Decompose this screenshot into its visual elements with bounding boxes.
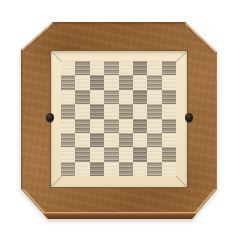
square-b8[interactable] xyxy=(75,61,89,75)
mitre-joint-bottom-left xyxy=(51,176,62,187)
square-a4[interactable] xyxy=(61,119,75,133)
square-g2[interactable] xyxy=(147,147,161,161)
square-f6[interactable] xyxy=(133,90,147,104)
right-latch-knob xyxy=(185,113,193,122)
square-b7[interactable] xyxy=(75,75,89,89)
square-e3[interactable] xyxy=(119,133,133,147)
square-a6[interactable] xyxy=(61,90,75,104)
square-h6[interactable] xyxy=(162,90,176,104)
table-edge xyxy=(21,212,217,219)
square-f7[interactable] xyxy=(133,75,147,89)
square-e8[interactable] xyxy=(119,61,133,75)
photo-background xyxy=(0,0,240,240)
square-c8[interactable] xyxy=(90,61,104,75)
square-b3[interactable] xyxy=(75,133,89,147)
square-c7[interactable] xyxy=(90,75,104,89)
square-h7[interactable] xyxy=(162,75,176,89)
square-g8[interactable] xyxy=(147,61,161,75)
board-panel xyxy=(50,50,188,188)
square-f4[interactable] xyxy=(133,119,147,133)
square-h2[interactable] xyxy=(162,147,176,161)
square-e6[interactable] xyxy=(119,90,133,104)
square-h5[interactable] xyxy=(162,104,176,118)
square-g6[interactable] xyxy=(147,90,161,104)
square-f1[interactable] xyxy=(133,162,147,176)
square-a5[interactable] xyxy=(61,104,75,118)
left-latch-knob xyxy=(46,113,54,122)
bevel-highlight-top-left xyxy=(21,22,53,50)
chessboard xyxy=(61,61,176,176)
square-a3[interactable] xyxy=(61,133,75,147)
square-f3[interactable] xyxy=(133,133,147,147)
bevel-highlight-top-right xyxy=(185,22,217,52)
mitre-joint-top-right xyxy=(176,51,187,62)
square-e1[interactable] xyxy=(119,162,133,176)
square-d8[interactable] xyxy=(104,61,118,75)
square-d5[interactable] xyxy=(104,104,118,118)
square-e7[interactable] xyxy=(119,75,133,89)
square-a8[interactable] xyxy=(61,61,75,75)
square-d4[interactable] xyxy=(104,119,118,133)
square-b6[interactable] xyxy=(75,90,89,104)
square-e2[interactable] xyxy=(119,147,133,161)
square-g5[interactable] xyxy=(147,104,161,118)
square-h1[interactable] xyxy=(162,162,176,176)
square-b1[interactable] xyxy=(75,162,89,176)
square-a7[interactable] xyxy=(61,75,75,89)
square-d3[interactable] xyxy=(104,133,118,147)
square-b5[interactable] xyxy=(75,104,89,118)
square-f2[interactable] xyxy=(133,147,147,161)
square-h3[interactable] xyxy=(162,133,176,147)
mitre-joint-bottom-right xyxy=(176,176,187,187)
square-e4[interactable] xyxy=(119,119,133,133)
square-c3[interactable] xyxy=(90,133,104,147)
square-d6[interactable] xyxy=(104,90,118,104)
square-h4[interactable] xyxy=(162,119,176,133)
square-g1[interactable] xyxy=(147,162,161,176)
square-e5[interactable] xyxy=(119,104,133,118)
square-g4[interactable] xyxy=(147,119,161,133)
square-f5[interactable] xyxy=(133,104,147,118)
square-f8[interactable] xyxy=(133,61,147,75)
square-c4[interactable] xyxy=(90,119,104,133)
square-d1[interactable] xyxy=(104,162,118,176)
square-a1[interactable] xyxy=(61,162,75,176)
square-d2[interactable] xyxy=(104,147,118,161)
square-g3[interactable] xyxy=(147,133,161,147)
square-a2[interactable] xyxy=(61,147,75,161)
square-c5[interactable] xyxy=(90,104,104,118)
square-b4[interactable] xyxy=(75,119,89,133)
square-d7[interactable] xyxy=(104,75,118,89)
square-h8[interactable] xyxy=(162,61,176,75)
square-c2[interactable] xyxy=(90,147,104,161)
square-b2[interactable] xyxy=(75,147,89,161)
square-c6[interactable] xyxy=(90,90,104,104)
square-c1[interactable] xyxy=(90,162,104,176)
square-g7[interactable] xyxy=(147,75,161,89)
